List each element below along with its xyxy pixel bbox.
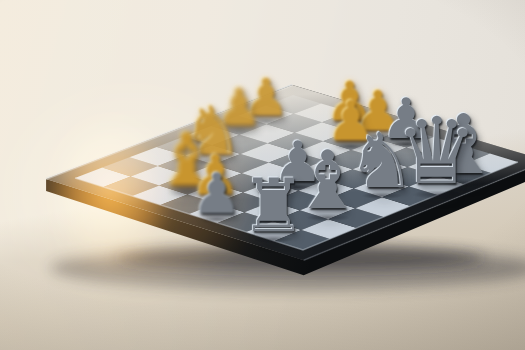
scene: ♟♟♞♝♟♟♟♟♟♟♟♜♝♞♛♝ [0,0,525,350]
vignette-overlay [0,0,525,350]
